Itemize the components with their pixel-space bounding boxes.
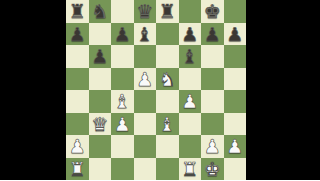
black-rook-e8[interactable]: ♜ (159, 0, 176, 22)
white-pawn-g2[interactable]: ♟ (204, 135, 221, 158)
square-h6[interactable] (224, 45, 247, 68)
square-e4[interactable] (156, 90, 179, 113)
square-a4[interactable] (66, 90, 89, 113)
white-rook-a1[interactable]: ♜ (69, 157, 86, 180)
black-knight-b8[interactable]: ♞ (91, 0, 108, 22)
square-a2[interactable]: ♟ (66, 135, 89, 158)
square-d3[interactable] (134, 113, 157, 136)
square-g4[interactable] (201, 90, 224, 113)
square-d8[interactable]: ♛ (134, 0, 157, 23)
square-d6[interactable] (134, 45, 157, 68)
square-c6[interactable] (111, 45, 134, 68)
black-pawn-h7[interactable]: ♟ (226, 22, 243, 45)
white-rook-f1[interactable]: ♜ (181, 157, 198, 180)
white-pawn-d5[interactable]: ♟ (136, 67, 153, 90)
white-bishop-e3[interactable]: ♝ (159, 112, 176, 135)
square-e7[interactable] (156, 23, 179, 46)
app-background: ♜♞♛♜♚♟♟♝♟♟♟♟♝♟♞♝♟♛♟♝♟♟♟♜♜♚ (0, 0, 320, 180)
square-e2[interactable] (156, 135, 179, 158)
square-d4[interactable] (134, 90, 157, 113)
white-pawn-c3[interactable]: ♟ (114, 112, 131, 135)
square-b8[interactable]: ♞ (89, 0, 112, 23)
white-queen-b3[interactable]: ♛ (91, 112, 108, 135)
black-pawn-b6[interactable]: ♟ (91, 45, 108, 68)
square-h3[interactable] (224, 113, 247, 136)
square-h7[interactable]: ♟ (224, 23, 247, 46)
black-king-g8[interactable]: ♚ (204, 0, 221, 22)
square-a6[interactable] (66, 45, 89, 68)
square-d2[interactable] (134, 135, 157, 158)
square-c7[interactable]: ♟ (111, 23, 134, 46)
square-g3[interactable] (201, 113, 224, 136)
square-f7[interactable]: ♟ (179, 23, 202, 46)
chess-board[interactable]: ♜♞♛♜♚♟♟♝♟♟♟♟♝♟♞♝♟♛♟♝♟♟♟♜♜♚ (66, 0, 246, 180)
square-b6[interactable]: ♟ (89, 45, 112, 68)
black-pawn-a7[interactable]: ♟ (69, 22, 86, 45)
square-a5[interactable] (66, 68, 89, 91)
square-d5[interactable]: ♟ (134, 68, 157, 91)
square-e5[interactable]: ♞ (156, 68, 179, 91)
square-c8[interactable] (111, 0, 134, 23)
square-g1[interactable]: ♚ (201, 158, 224, 181)
black-bishop-d7[interactable]: ♝ (136, 22, 153, 45)
square-c2[interactable] (111, 135, 134, 158)
square-e6[interactable] (156, 45, 179, 68)
square-a7[interactable]: ♟ (66, 23, 89, 46)
square-f6[interactable]: ♝ (179, 45, 202, 68)
black-bishop-f6[interactable]: ♝ (181, 45, 198, 68)
square-h5[interactable] (224, 68, 247, 91)
square-e8[interactable]: ♜ (156, 0, 179, 23)
white-king-g1[interactable]: ♚ (204, 157, 221, 180)
square-g8[interactable]: ♚ (201, 0, 224, 23)
square-h4[interactable] (224, 90, 247, 113)
square-g6[interactable] (201, 45, 224, 68)
square-e1[interactable] (156, 158, 179, 181)
square-b3[interactable]: ♛ (89, 113, 112, 136)
square-c1[interactable] (111, 158, 134, 181)
square-h8[interactable] (224, 0, 247, 23)
square-e3[interactable]: ♝ (156, 113, 179, 136)
square-g2[interactable]: ♟ (201, 135, 224, 158)
square-a3[interactable] (66, 113, 89, 136)
square-f4[interactable]: ♟ (179, 90, 202, 113)
square-b5[interactable] (89, 68, 112, 91)
black-pawn-c7[interactable]: ♟ (114, 22, 131, 45)
square-h2[interactable]: ♟ (224, 135, 247, 158)
square-b1[interactable] (89, 158, 112, 181)
white-bishop-c4[interactable]: ♝ (114, 90, 131, 113)
square-a1[interactable]: ♜ (66, 158, 89, 181)
square-f3[interactable] (179, 113, 202, 136)
square-f8[interactable] (179, 0, 202, 23)
black-pawn-f7[interactable]: ♟ (181, 22, 198, 45)
square-d1[interactable] (134, 158, 157, 181)
white-pawn-f4[interactable]: ♟ (181, 90, 198, 113)
square-c4[interactable]: ♝ (111, 90, 134, 113)
black-queen-d8[interactable]: ♛ (136, 0, 153, 22)
black-pawn-g7[interactable]: ♟ (204, 22, 221, 45)
square-b2[interactable] (89, 135, 112, 158)
black-rook-a8[interactable]: ♜ (69, 0, 86, 22)
square-b7[interactable] (89, 23, 112, 46)
square-b4[interactable] (89, 90, 112, 113)
square-h1[interactable] (224, 158, 247, 181)
square-d7[interactable]: ♝ (134, 23, 157, 46)
square-g5[interactable] (201, 68, 224, 91)
white-pawn-a2[interactable]: ♟ (69, 135, 86, 158)
white-knight-e5[interactable]: ♞ (159, 67, 176, 90)
square-c3[interactable]: ♟ (111, 113, 134, 136)
square-f5[interactable] (179, 68, 202, 91)
square-g7[interactable]: ♟ (201, 23, 224, 46)
white-pawn-h2[interactable]: ♟ (226, 135, 243, 158)
square-c5[interactable] (111, 68, 134, 91)
square-a8[interactable]: ♜ (66, 0, 89, 23)
square-f2[interactable] (179, 135, 202, 158)
square-f1[interactable]: ♜ (179, 158, 202, 181)
